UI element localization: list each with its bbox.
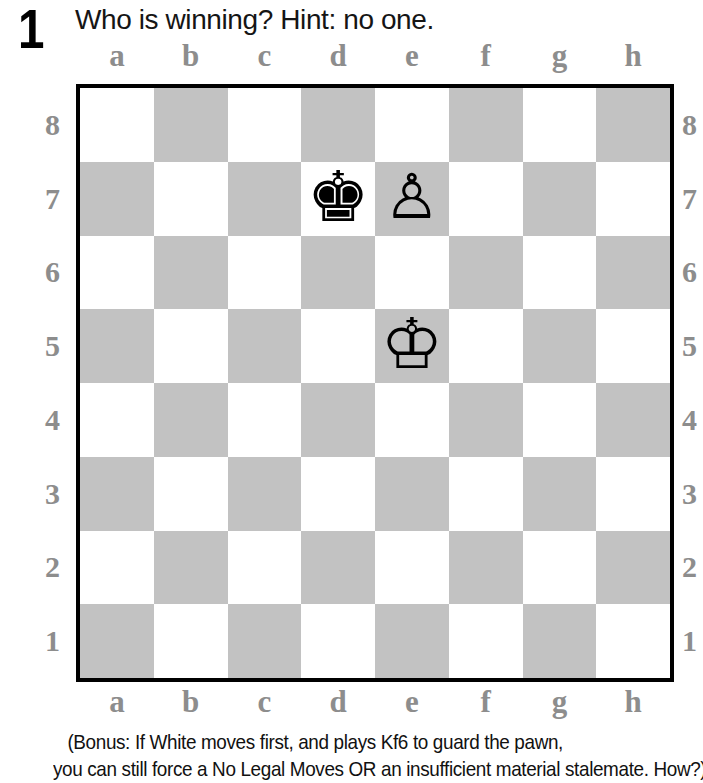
- square-b8: [154, 88, 228, 162]
- white-king: ♔: [380, 309, 443, 379]
- square-b7: [154, 162, 228, 236]
- square-b2: [154, 531, 228, 605]
- square-d7: ♚: [301, 162, 375, 236]
- square-h2: [596, 531, 670, 605]
- file-labels-top: abcdefgh: [80, 38, 670, 72]
- square-b1: [154, 604, 228, 678]
- rank-label-right-7: 7: [680, 162, 703, 236]
- file-label-bottom-h: h: [596, 684, 670, 718]
- page-title: Who is winning? Hint: no one.: [75, 4, 434, 36]
- square-e8: [375, 88, 449, 162]
- square-g2: [523, 531, 597, 605]
- rank-label-right-5: 5: [680, 309, 703, 383]
- file-labels-bottom: abcdefgh: [80, 684, 670, 718]
- rank-label-right-2: 2: [680, 531, 703, 605]
- square-h5: [596, 309, 670, 383]
- square-h7: [596, 162, 670, 236]
- puzzle-page: 1 Who is winning? Hint: no one. abcdefgh…: [0, 0, 703, 783]
- square-g8: [523, 88, 597, 162]
- square-e2: [375, 531, 449, 605]
- rank-label-right-8: 8: [680, 88, 703, 162]
- square-e3: [375, 457, 449, 531]
- rank-label-left-4: 4: [20, 383, 64, 457]
- square-h8: [596, 88, 670, 162]
- rank-label-left-7: 7: [20, 162, 64, 236]
- file-label-bottom-d: d: [301, 684, 375, 718]
- square-f4: [449, 383, 523, 457]
- rank-label-right-1: 1: [680, 604, 703, 678]
- square-f7: [449, 162, 523, 236]
- square-f3: [449, 457, 523, 531]
- puzzle-number: 1: [18, 0, 43, 58]
- square-b5: [154, 309, 228, 383]
- square-d8: [301, 88, 375, 162]
- square-e5: ♔: [375, 309, 449, 383]
- square-h1: [596, 604, 670, 678]
- file-label-top-h: h: [596, 38, 670, 72]
- square-d4: [301, 383, 375, 457]
- square-a5: [80, 309, 154, 383]
- square-a2: [80, 531, 154, 605]
- square-g7: [523, 162, 597, 236]
- square-f2: [449, 531, 523, 605]
- square-a4: [80, 383, 154, 457]
- footnote-line-2: you can still force a No Legal Moves OR …: [53, 756, 703, 783]
- rank-label-right-4: 4: [680, 383, 703, 457]
- file-label-top-c: c: [228, 38, 302, 72]
- square-g4: [523, 383, 597, 457]
- board: ♚♙♔: [76, 84, 674, 682]
- rank-label-left-6: 6: [20, 236, 64, 310]
- file-label-top-e: e: [375, 38, 449, 72]
- rank-label-right-3: 3: [680, 457, 703, 531]
- square-g1: [523, 604, 597, 678]
- white-pawn: ♙: [384, 166, 440, 228]
- square-e1: [375, 604, 449, 678]
- black-king: ♚: [307, 162, 370, 232]
- square-a1: [80, 604, 154, 678]
- square-f6: [449, 236, 523, 310]
- file-label-top-b: b: [154, 38, 228, 72]
- file-label-bottom-c: c: [228, 684, 302, 718]
- square-c5: [228, 309, 302, 383]
- square-a8: [80, 88, 154, 162]
- square-a3: [80, 457, 154, 531]
- square-h3: [596, 457, 670, 531]
- square-e6: [375, 236, 449, 310]
- square-c6: [228, 236, 302, 310]
- square-c7: [228, 162, 302, 236]
- footnote-line-1: (Bonus: If White moves first, and plays …: [67, 729, 703, 756]
- rank-label-left-5: 5: [20, 309, 64, 383]
- square-c2: [228, 531, 302, 605]
- square-f5: [449, 309, 523, 383]
- file-label-top-g: g: [523, 38, 597, 72]
- rank-label-left-8: 8: [20, 88, 64, 162]
- rank-label-right-6: 6: [680, 236, 703, 310]
- square-e7: ♙: [375, 162, 449, 236]
- file-label-top-f: f: [449, 38, 523, 72]
- rank-label-left-1: 1: [20, 604, 64, 678]
- square-f8: [449, 88, 523, 162]
- file-label-top-d: d: [301, 38, 375, 72]
- square-e4: [375, 383, 449, 457]
- rank-label-left-3: 3: [20, 457, 64, 531]
- square-d5: [301, 309, 375, 383]
- square-c8: [228, 88, 302, 162]
- square-a6: [80, 236, 154, 310]
- square-h4: [596, 383, 670, 457]
- rank-label-left-2: 2: [20, 531, 64, 605]
- square-g3: [523, 457, 597, 531]
- file-label-bottom-e: e: [375, 684, 449, 718]
- square-b6: [154, 236, 228, 310]
- square-a7: [80, 162, 154, 236]
- rank-labels-right: 87654321: [680, 88, 703, 678]
- square-c4: [228, 383, 302, 457]
- rank-labels-left: 87654321: [20, 88, 64, 678]
- file-label-bottom-b: b: [154, 684, 228, 718]
- square-c3: [228, 457, 302, 531]
- file-label-bottom-g: g: [523, 684, 597, 718]
- footnote: (Bonus: If White moves first, and plays …: [53, 729, 703, 782]
- square-b3: [154, 457, 228, 531]
- square-h6: [596, 236, 670, 310]
- file-label-top-a: a: [80, 38, 154, 72]
- square-d1: [301, 604, 375, 678]
- square-g6: [523, 236, 597, 310]
- file-label-bottom-a: a: [80, 684, 154, 718]
- square-d3: [301, 457, 375, 531]
- square-d6: [301, 236, 375, 310]
- file-label-bottom-f: f: [449, 684, 523, 718]
- square-f1: [449, 604, 523, 678]
- square-c1: [228, 604, 302, 678]
- square-b4: [154, 383, 228, 457]
- square-d2: [301, 531, 375, 605]
- square-g5: [523, 309, 597, 383]
